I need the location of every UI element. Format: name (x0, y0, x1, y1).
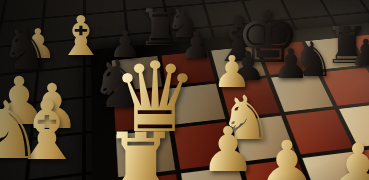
black-pawn[interactable]: ♟ (273, 44, 310, 85)
gold-pawn[interactable]: ♟ (200, 119, 256, 180)
gold-pawn[interactable]: ♟ (256, 132, 318, 180)
chess-banner-stage: ♞♜♝♟♟♟♝♚♜♟♞♞♟♟♟♞♟♛♟♞♝♞♟♟♜♟ (0, 0, 369, 180)
gold-knight[interactable]: ♞ (0, 91, 44, 171)
gold-rook[interactable]: ♜ (102, 121, 179, 180)
pieces-layer: ♞♜♝♟♟♟♝♚♜♟♞♞♟♟♟♞♟♛♟♞♝♞♟♟♜♟ (0, 0, 369, 180)
black-pawn[interactable]: ♟ (350, 35, 369, 71)
gold-pawn[interactable]: ♟ (324, 134, 369, 180)
